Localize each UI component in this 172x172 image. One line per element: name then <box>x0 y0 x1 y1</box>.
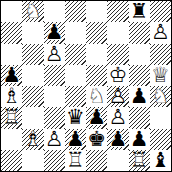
square-d6[interactable] <box>65 44 86 65</box>
white-rook-d1: ♜♖ <box>65 150 86 171</box>
square-e5[interactable] <box>86 65 107 86</box>
square-f5[interactable]: ♚♔ <box>107 65 128 86</box>
white-pawn-f3: ♟♙ <box>107 107 128 128</box>
square-h5[interactable]: ♛♕ <box>150 65 171 86</box>
square-b6[interactable] <box>22 44 43 65</box>
black-pawn-c7: ♟ <box>44 22 65 43</box>
square-d3[interactable]: ♛ <box>65 107 86 128</box>
square-h1[interactable]: ♝ <box>150 150 171 171</box>
white-knight-e4: ♞♘ <box>86 86 107 107</box>
square-f4[interactable]: ♟♙ <box>107 86 128 107</box>
chess-board: ♞♘♜♟♟♙♟♙♟♚♔♛♕♝♗♞♘♟♙♟♞♘♜♖♛♟♟♙♝♗♟♙♟♚♟♟♜♖♜♖… <box>0 0 172 172</box>
white-queen-h5: ♛♕ <box>150 65 171 86</box>
black-pawn-e3: ♟ <box>86 107 107 128</box>
square-g1[interactable]: ♜♖ <box>129 150 150 171</box>
square-h7[interactable]: ♟♙ <box>150 22 171 43</box>
square-h4[interactable]: ♞♘ <box>150 86 171 107</box>
square-c8[interactable] <box>44 1 65 22</box>
square-g6[interactable] <box>129 44 150 65</box>
square-f6[interactable] <box>107 44 128 65</box>
square-h2[interactable] <box>150 129 171 150</box>
square-h8[interactable] <box>150 1 171 22</box>
square-g5[interactable] <box>129 65 150 86</box>
square-b3[interactable] <box>22 107 43 128</box>
square-b7[interactable] <box>22 22 43 43</box>
square-b1[interactable] <box>22 150 43 171</box>
square-g8[interactable]: ♜ <box>129 1 150 22</box>
square-a6[interactable] <box>1 44 22 65</box>
square-c3[interactable] <box>44 107 65 128</box>
square-e8[interactable] <box>86 1 107 22</box>
white-pawn-f4: ♟♙ <box>107 86 128 107</box>
square-f8[interactable] <box>107 1 128 22</box>
square-c6[interactable]: ♟♙ <box>44 44 65 65</box>
square-a2[interactable] <box>1 129 22 150</box>
square-e3[interactable]: ♟ <box>86 107 107 128</box>
black-rook-g8: ♜ <box>129 1 150 22</box>
square-c2[interactable]: ♟♙ <box>44 129 65 150</box>
square-b4[interactable] <box>22 86 43 107</box>
white-rook-a3: ♜♖ <box>1 107 22 128</box>
square-b8[interactable]: ♞♘ <box>22 1 43 22</box>
square-a3[interactable]: ♜♖ <box>1 107 22 128</box>
square-a1[interactable] <box>1 150 22 171</box>
square-g7[interactable] <box>129 22 150 43</box>
square-b2[interactable]: ♝♗ <box>22 129 43 150</box>
square-e4[interactable]: ♞♘ <box>86 86 107 107</box>
square-f1[interactable] <box>107 150 128 171</box>
white-bishop-a4: ♝♗ <box>1 86 22 107</box>
square-e7[interactable] <box>86 22 107 43</box>
square-f2[interactable]: ♟ <box>107 129 128 150</box>
square-h3[interactable] <box>150 107 171 128</box>
square-h6[interactable] <box>150 44 171 65</box>
white-pawn-h7: ♟♙ <box>150 22 171 43</box>
square-g2[interactable]: ♟ <box>129 129 150 150</box>
black-pawn-d2: ♟ <box>65 129 86 150</box>
black-pawn-f2: ♟ <box>107 129 128 150</box>
white-pawn-c2: ♟♙ <box>44 129 65 150</box>
square-e1[interactable] <box>86 150 107 171</box>
square-f3[interactable]: ♟♙ <box>107 107 128 128</box>
square-b5[interactable] <box>22 65 43 86</box>
white-knight-b8: ♞♘ <box>22 1 43 22</box>
square-e6[interactable] <box>86 44 107 65</box>
white-rook-g1: ♜♖ <box>129 150 150 171</box>
black-queen-d3: ♛ <box>65 107 86 128</box>
square-c1[interactable] <box>44 150 65 171</box>
black-pawn-g2: ♟ <box>129 129 150 150</box>
square-c7[interactable]: ♟ <box>44 22 65 43</box>
square-g3[interactable] <box>129 107 150 128</box>
white-knight-h4: ♞♘ <box>150 86 171 107</box>
white-king-f5: ♚♔ <box>107 65 128 86</box>
square-a8[interactable] <box>1 1 22 22</box>
square-d2[interactable]: ♟ <box>65 129 86 150</box>
square-c4[interactable] <box>44 86 65 107</box>
square-a7[interactable] <box>1 22 22 43</box>
black-pawn-g4: ♟ <box>129 86 150 107</box>
square-d8[interactable] <box>65 1 86 22</box>
white-bishop-b2: ♝♗ <box>22 129 43 150</box>
square-d5[interactable] <box>65 65 86 86</box>
square-d4[interactable] <box>65 86 86 107</box>
square-d7[interactable] <box>65 22 86 43</box>
square-a5[interactable]: ♟ <box>1 65 22 86</box>
square-a4[interactable]: ♝♗ <box>1 86 22 107</box>
black-king-e2: ♚ <box>86 129 107 150</box>
white-pawn-c6: ♟♙ <box>44 44 65 65</box>
black-bishop-h1: ♝ <box>150 150 171 171</box>
square-e2[interactable]: ♚ <box>86 129 107 150</box>
black-pawn-a5: ♟ <box>1 65 22 86</box>
square-d1[interactable]: ♜♖ <box>65 150 86 171</box>
square-f7[interactable] <box>107 22 128 43</box>
square-g4[interactable]: ♟ <box>129 86 150 107</box>
square-c5[interactable] <box>44 65 65 86</box>
